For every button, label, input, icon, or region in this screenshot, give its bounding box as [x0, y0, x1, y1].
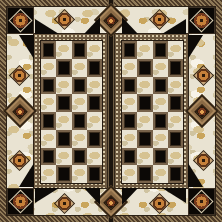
- board-square: [137, 77, 152, 95]
- board-square: [56, 130, 71, 148]
- board-square: [72, 94, 87, 112]
- board-square: [168, 130, 183, 148]
- board-square: [122, 112, 137, 130]
- board-square: [72, 77, 87, 95]
- board-square: [72, 130, 87, 148]
- board-square: [56, 112, 71, 130]
- board-half-right-frame: [114, 33, 189, 189]
- board-square: [122, 94, 137, 112]
- board-square: [137, 41, 152, 59]
- board-square: [137, 165, 152, 183]
- board-square: [153, 112, 168, 130]
- board-square: [87, 77, 102, 95]
- board-square: [168, 41, 183, 59]
- mosaic-chessboard-case: [0, 0, 222, 222]
- board-square: [56, 148, 71, 166]
- board-square: [41, 77, 56, 95]
- board-square: [122, 148, 137, 166]
- board-square: [153, 165, 168, 183]
- board-square: [153, 148, 168, 166]
- board-square: [56, 59, 71, 77]
- board-square: [41, 148, 56, 166]
- rosette-icon: [8, 8, 32, 32]
- board-square: [72, 112, 87, 130]
- board-square: [87, 148, 102, 166]
- rosette-icon: [103, 12, 119, 28]
- board-square: [56, 41, 71, 59]
- board-square: [122, 59, 137, 77]
- board-square: [153, 41, 168, 59]
- board-square: [168, 59, 183, 77]
- board-square: [41, 165, 56, 183]
- board-square: [72, 41, 87, 59]
- board-square: [72, 148, 87, 166]
- board-square: [168, 148, 183, 166]
- board-half-left-frame: [33, 33, 108, 189]
- board-square: [137, 59, 152, 77]
- board-square: [41, 94, 56, 112]
- board-square: [122, 165, 137, 183]
- board-square: [137, 94, 152, 112]
- board-square: [56, 94, 71, 112]
- board-square: [122, 77, 137, 95]
- board-square: [137, 112, 152, 130]
- board-square: [41, 41, 56, 59]
- board-square: [87, 59, 102, 77]
- rosette-icon: [194, 103, 210, 119]
- corner-medallion-bottom-left: [7, 188, 34, 215]
- board-half-right: [122, 41, 183, 183]
- board-square: [137, 130, 152, 148]
- rosette-icon: [12, 103, 28, 119]
- board-half-left: [41, 41, 102, 183]
- rosette-icon: [189, 8, 213, 32]
- board-square: [72, 59, 87, 77]
- board-square: [137, 148, 152, 166]
- board-square: [168, 94, 183, 112]
- rosette-icon: [103, 194, 119, 210]
- board-square: [153, 94, 168, 112]
- corner-medallion-bottom-right: [188, 188, 215, 215]
- board-square: [56, 77, 71, 95]
- corner-medallion-top-right: [188, 7, 215, 34]
- board-square: [87, 112, 102, 130]
- board-square: [41, 112, 56, 130]
- rosette-icon: [189, 189, 213, 213]
- board-square: [168, 77, 183, 95]
- board-square: [122, 130, 137, 148]
- board-square: [41, 130, 56, 148]
- board-square: [168, 165, 183, 183]
- board-square: [72, 165, 87, 183]
- board-square: [87, 130, 102, 148]
- board-square: [87, 41, 102, 59]
- board-square: [87, 94, 102, 112]
- rosette-icon: [8, 189, 32, 213]
- board-square: [87, 165, 102, 183]
- board-square: [122, 41, 137, 59]
- board-square: [153, 59, 168, 77]
- corner-medallion-top-left: [7, 7, 34, 34]
- board-square: [153, 77, 168, 95]
- board-square: [153, 130, 168, 148]
- board-square: [41, 59, 56, 77]
- board-square: [168, 112, 183, 130]
- board-square: [56, 165, 71, 183]
